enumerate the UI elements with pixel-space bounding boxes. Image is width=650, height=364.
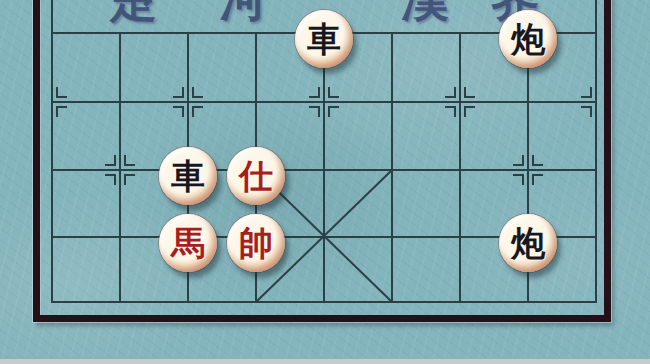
piece-glyph: 車	[171, 159, 205, 193]
piece-glyph: 炮	[511, 226, 545, 260]
point-marker-6-3	[464, 87, 475, 98]
piece-black-cannon[interactable]: 炮	[499, 214, 557, 272]
point-marker-8-3	[581, 87, 592, 98]
point-marker-7-2	[513, 155, 524, 166]
point-marker-6-3	[445, 87, 456, 98]
point-marker-4-3	[328, 87, 339, 98]
point-marker-2-3	[173, 106, 184, 117]
point-marker-7-2	[532, 155, 543, 166]
window-edge-strip	[0, 358, 650, 364]
point-marker-2-3	[173, 87, 184, 98]
point-marker-8-3	[581, 106, 592, 117]
grid-file-line-0	[51, 0, 53, 303]
river-character-1: 楚	[109, 0, 157, 22]
point-marker-1-2	[124, 155, 135, 166]
river-character-2: 河	[219, 0, 267, 22]
grid-rank-line-3	[51, 101, 597, 103]
point-marker-4-3	[309, 87, 320, 98]
point-marker-6-3	[464, 106, 475, 117]
point-marker-2-3	[192, 87, 203, 98]
piece-red-general[interactable]: 帥	[227, 214, 285, 272]
point-marker-1-2	[105, 155, 116, 166]
piece-glyph: 仕	[239, 159, 273, 193]
piece-black-cannon[interactable]: 炮	[499, 10, 557, 68]
point-marker-1-2	[105, 174, 116, 185]
point-marker-1-2	[124, 174, 135, 185]
grid-file-line-8	[595, 0, 597, 303]
xiangqi-board-screenshot: 楚河漢界 車炮車仕馬帥炮	[0, 0, 650, 364]
piece-glyph: 馬	[171, 226, 205, 260]
point-marker-7-2	[532, 174, 543, 185]
piece-glyph: 炮	[511, 22, 545, 56]
point-marker-0-3	[56, 106, 67, 117]
point-marker-2-3	[192, 106, 203, 117]
piece-black-chariot[interactable]: 車	[295, 10, 353, 68]
grid-file-line-1	[119, 33, 121, 303]
point-marker-7-2	[513, 174, 524, 185]
point-marker-0-3	[56, 87, 67, 98]
piece-black-chariot[interactable]: 車	[159, 147, 217, 205]
river-character-3: 漢	[401, 0, 449, 22]
point-marker-4-3	[328, 106, 339, 117]
grid-rank-line-2	[51, 169, 597, 171]
point-marker-6-3	[445, 106, 456, 117]
point-marker-4-3	[309, 106, 320, 117]
piece-glyph: 帥	[239, 226, 273, 260]
piece-glyph: 車	[307, 22, 341, 56]
piece-red-horse[interactable]: 馬	[159, 214, 217, 272]
grid-file-line-4	[323, 33, 325, 303]
grid-file-line-6	[459, 33, 461, 303]
grid-file-line-5	[391, 33, 393, 303]
piece-red-advisor[interactable]: 仕	[227, 147, 285, 205]
grid-rank-line-0	[51, 301, 597, 303]
